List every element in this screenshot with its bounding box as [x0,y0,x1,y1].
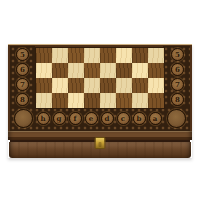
rank-label-7: 7 [171,78,184,91]
square-a5 [148,48,164,63]
corner-rosette-icon [14,109,33,128]
chess-box: 5678 5678 hgfedcba [8,44,192,158]
file-label-b: b [133,112,146,125]
file-label-f: f [69,112,82,125]
brass-clasp-icon [95,137,106,149]
carved-border-front: hgfedcba [10,107,190,131]
square-b8 [132,93,148,108]
file-label-h: h [37,112,50,125]
square-h6 [36,63,52,78]
lid-top-face: 5678 5678 hgfedcba [8,44,192,131]
rank-label-6: 6 [16,63,29,76]
rank-label-8: 8 [171,93,184,106]
square-g5 [52,48,68,63]
square-b7 [132,78,148,93]
square-h8 [36,93,52,108]
square-c7 [116,78,132,93]
file-label-c: c [117,112,130,125]
square-f8 [68,93,84,108]
square-g6 [52,63,68,78]
square-g7 [52,78,68,93]
square-f6 [68,63,84,78]
file-label-a: a [149,112,162,125]
square-e5 [84,48,100,63]
square-d8 [100,93,116,108]
square-d5 [100,48,116,63]
file-label-e: e [85,112,98,125]
square-d7 [100,78,116,93]
square-e7 [84,78,100,93]
rank-label-8: 8 [16,93,29,106]
square-h7 [36,78,52,93]
board [35,47,165,109]
square-e8 [84,93,100,108]
square-g8 [52,93,68,108]
square-c6 [116,63,132,78]
chess-box-photo: 5678 5678 hgfedcba [0,0,200,200]
clasp-keyhole-icon [99,142,102,147]
rank-label-5: 5 [16,48,29,61]
square-a7 [148,78,164,93]
square-f5 [68,48,84,63]
rank-label-5: 5 [171,48,184,61]
square-e6 [84,63,100,78]
file-label-g: g [53,112,66,125]
square-a8 [148,93,164,108]
square-b6 [132,63,148,78]
square-f7 [68,78,84,93]
square-d6 [100,63,116,78]
square-c5 [116,48,132,63]
corner-rosette-icon [167,109,186,128]
rank-label-6: 6 [171,63,184,76]
square-a6 [148,63,164,78]
square-b5 [132,48,148,63]
rank-label-7: 7 [16,78,29,91]
square-c8 [116,93,132,108]
file-label-d: d [101,112,114,125]
square-h5 [36,48,52,63]
